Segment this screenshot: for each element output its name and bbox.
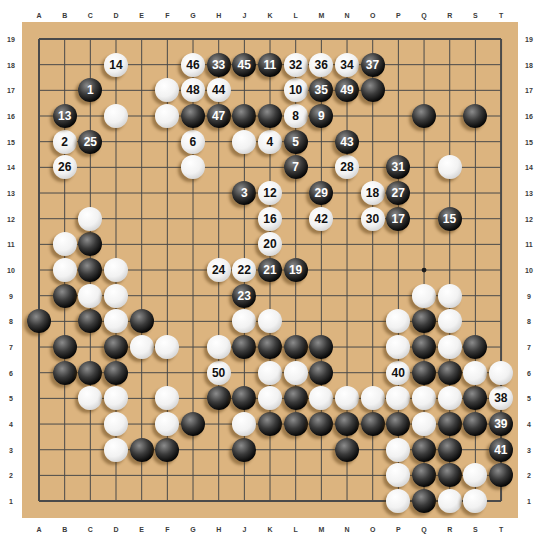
white-stone-B11 <box>53 232 77 256</box>
white-stone-B10 <box>53 258 77 282</box>
row-label-right-19: 19 <box>525 36 533 43</box>
black-stone-P14-move-31: 31 <box>386 155 410 179</box>
move-number-15: 15 <box>443 213 456 225</box>
black-stone-D7 <box>104 335 128 359</box>
black-stone-M4 <box>309 412 333 436</box>
move-number-35: 35 <box>315 84 328 96</box>
white-stone-C9 <box>78 284 102 308</box>
col-label-bottom-A: A <box>36 526 41 533</box>
black-stone-H5 <box>207 386 231 410</box>
white-stone-G14 <box>181 155 205 179</box>
black-stone-M17-move-35: 35 <box>309 78 333 102</box>
black-stone-S4 <box>463 412 487 436</box>
col-label-top-N: N <box>345 12 350 19</box>
col-label-bottom-E: E <box>139 526 144 533</box>
col-label-bottom-P: P <box>396 526 401 533</box>
col-label-top-G: G <box>190 12 195 19</box>
black-stone-M16-move-9: 9 <box>309 104 333 128</box>
black-stone-Q8 <box>412 309 436 333</box>
col-label-top-M: M <box>318 12 324 19</box>
black-stone-L15-move-5: 5 <box>284 130 308 154</box>
col-label-bottom-T: T <box>499 526 503 533</box>
black-stone-E3 <box>130 438 154 462</box>
white-stone-G17-move-48: 48 <box>181 78 205 102</box>
row-label-left-16: 16 <box>7 113 15 120</box>
black-stone-S16 <box>463 104 487 128</box>
col-label-top-P: P <box>396 12 401 19</box>
black-stone-M7 <box>309 335 333 359</box>
white-stone-R5 <box>438 386 462 410</box>
row-label-left-17: 17 <box>7 87 15 94</box>
black-stone-B16-move-13: 13 <box>53 104 77 128</box>
move-number-37: 37 <box>366 59 379 71</box>
white-stone-C12 <box>78 207 102 231</box>
black-stone-K4 <box>258 412 282 436</box>
row-label-left-5: 5 <box>9 395 13 402</box>
move-number-23: 23 <box>238 290 251 302</box>
move-number-45: 45 <box>238 59 251 71</box>
black-stone-O4 <box>361 412 385 436</box>
black-stone-K7 <box>258 335 282 359</box>
black-stone-R6 <box>438 361 462 385</box>
move-number-12: 12 <box>263 187 276 199</box>
col-label-top-D: D <box>113 12 118 19</box>
col-label-bottom-L: L <box>294 526 298 533</box>
col-label-bottom-R: R <box>447 526 452 533</box>
move-number-41: 41 <box>494 444 507 456</box>
white-stone-P3 <box>386 438 410 462</box>
white-stone-F7 <box>155 335 179 359</box>
col-label-top-R: R <box>447 12 452 19</box>
move-number-1: 1 <box>87 84 94 96</box>
white-stone-P6-move-40: 40 <box>386 361 410 385</box>
black-stone-P4 <box>386 412 410 436</box>
move-number-19: 19 <box>289 264 302 276</box>
row-label-left-11: 11 <box>7 241 14 248</box>
black-stone-S7 <box>463 335 487 359</box>
row-label-right-14: 14 <box>525 164 533 171</box>
col-label-top-F: F <box>165 12 169 19</box>
row-label-right-12: 12 <box>525 215 533 222</box>
white-stone-R14 <box>438 155 462 179</box>
col-label-bottom-D: D <box>113 526 118 533</box>
black-stone-K16 <box>258 104 282 128</box>
black-stone-Q16 <box>412 104 436 128</box>
white-stone-D4 <box>104 412 128 436</box>
white-stone-D5 <box>104 386 128 410</box>
black-stone-Q6 <box>412 361 436 385</box>
black-stone-F3 <box>155 438 179 462</box>
row-label-left-13: 13 <box>7 190 15 197</box>
white-stone-F16 <box>155 104 179 128</box>
col-label-bottom-M: M <box>318 526 324 533</box>
black-stone-K18-move-11: 11 <box>258 53 282 77</box>
move-number-36: 36 <box>315 59 328 71</box>
white-stone-K6 <box>258 361 282 385</box>
white-stone-J4 <box>232 412 256 436</box>
move-number-29: 29 <box>315 187 328 199</box>
white-stone-S2 <box>463 463 487 487</box>
white-stone-O12-move-30: 30 <box>361 207 385 231</box>
white-stone-K12-move-16: 16 <box>258 207 282 231</box>
white-stone-Q4 <box>412 412 436 436</box>
white-stone-D3 <box>104 438 128 462</box>
col-label-bottom-K: K <box>267 526 272 533</box>
move-number-6: 6 <box>190 136 197 148</box>
white-stone-S6 <box>463 361 487 385</box>
move-number-21: 21 <box>263 264 276 276</box>
move-number-2: 2 <box>61 136 68 148</box>
black-stone-T2 <box>489 463 513 487</box>
white-stone-K11-move-20: 20 <box>258 232 282 256</box>
white-stone-C5 <box>78 386 102 410</box>
black-stone-J7 <box>232 335 256 359</box>
black-stone-Q7 <box>412 335 436 359</box>
row-label-left-8: 8 <box>9 318 13 325</box>
black-stone-B6 <box>53 361 77 385</box>
white-stone-K5 <box>258 386 282 410</box>
white-stone-L16-move-8: 8 <box>284 104 308 128</box>
go-diagram: AABBCCDDEEFFGGHHJJKKLLMMNNOOPPQQRRSSTT19… <box>0 0 540 540</box>
row-label-right-6: 6 <box>527 369 531 376</box>
white-stone-H6-move-50: 50 <box>207 361 231 385</box>
white-stone-K8 <box>258 309 282 333</box>
white-stone-H17-move-44: 44 <box>207 78 231 102</box>
white-stone-R1 <box>438 489 462 513</box>
black-stone-N17-move-49: 49 <box>335 78 359 102</box>
row-label-right-7: 7 <box>527 344 531 351</box>
move-number-5: 5 <box>292 136 299 148</box>
row-label-right-13: 13 <box>525 190 533 197</box>
white-stone-F17 <box>155 78 179 102</box>
row-label-right-17: 17 <box>525 87 533 94</box>
white-stone-M18-move-36: 36 <box>309 53 333 77</box>
white-stone-M12-move-42: 42 <box>309 207 333 231</box>
white-stone-O5 <box>361 386 385 410</box>
move-number-27: 27 <box>392 187 405 199</box>
move-number-47: 47 <box>212 110 225 122</box>
black-stone-J16 <box>232 104 256 128</box>
black-stone-J5 <box>232 386 256 410</box>
row-label-left-19: 19 <box>7 36 15 43</box>
black-stone-P13-move-27: 27 <box>386 181 410 205</box>
white-stone-F4 <box>155 412 179 436</box>
move-number-10: 10 <box>289 84 302 96</box>
row-label-right-10: 10 <box>525 267 533 274</box>
white-stone-L17-move-10: 10 <box>284 78 308 102</box>
black-stone-R2 <box>438 463 462 487</box>
black-stone-C17-move-1: 1 <box>78 78 102 102</box>
white-stone-P2 <box>386 463 410 487</box>
black-stone-R12-move-15: 15 <box>438 207 462 231</box>
row-label-right-9: 9 <box>527 292 531 299</box>
white-stone-B14-move-26: 26 <box>53 155 77 179</box>
row-label-left-7: 7 <box>9 344 13 351</box>
move-number-32: 32 <box>289 59 302 71</box>
black-stone-J3 <box>232 438 256 462</box>
col-label-top-H: H <box>216 12 221 19</box>
col-label-bottom-B: B <box>62 526 67 533</box>
col-label-top-L: L <box>294 12 298 19</box>
row-label-left-10: 10 <box>7 267 15 274</box>
row-label-right-18: 18 <box>525 61 533 68</box>
black-stone-N4 <box>335 412 359 436</box>
black-stone-O18-move-37: 37 <box>361 53 385 77</box>
row-label-right-2: 2 <box>527 472 531 479</box>
black-stone-G4 <box>181 412 205 436</box>
row-label-left-9: 9 <box>9 292 13 299</box>
white-stone-P5 <box>386 386 410 410</box>
move-number-24: 24 <box>212 264 225 276</box>
white-stone-N14-move-28: 28 <box>335 155 359 179</box>
move-number-38: 38 <box>494 392 507 404</box>
row-label-right-1: 1 <box>527 498 531 505</box>
black-stone-S5 <box>463 386 487 410</box>
black-stone-C15-move-25: 25 <box>78 130 102 154</box>
white-stone-G15-move-6: 6 <box>181 130 205 154</box>
move-number-25: 25 <box>84 136 97 148</box>
row-label-right-4: 4 <box>527 421 531 428</box>
move-number-46: 46 <box>186 59 199 71</box>
col-label-bottom-H: H <box>216 526 221 533</box>
row-label-left-18: 18 <box>7 61 15 68</box>
black-stone-Q3 <box>412 438 436 462</box>
move-number-43: 43 <box>340 136 353 148</box>
white-stone-R8 <box>438 309 462 333</box>
col-label-bottom-J: J <box>242 526 246 533</box>
move-number-44: 44 <box>212 84 225 96</box>
col-label-top-O: O <box>370 12 375 19</box>
white-stone-P7 <box>386 335 410 359</box>
white-stone-D16 <box>104 104 128 128</box>
col-label-bottom-G: G <box>190 526 195 533</box>
col-label-top-K: K <box>267 12 272 19</box>
row-label-right-3: 3 <box>527 446 531 453</box>
black-stone-A8 <box>27 309 51 333</box>
black-stone-T3-move-41: 41 <box>489 438 513 462</box>
move-number-22: 22 <box>238 264 251 276</box>
col-label-top-S: S <box>473 12 478 19</box>
black-stone-N3 <box>335 438 359 462</box>
row-label-left-6: 6 <box>9 369 13 376</box>
move-number-33: 33 <box>212 59 225 71</box>
black-stone-K10-move-21: 21 <box>258 258 282 282</box>
black-stone-L7 <box>284 335 308 359</box>
white-stone-D18-move-14: 14 <box>104 53 128 77</box>
white-stone-G18-move-46: 46 <box>181 53 205 77</box>
black-stone-B9 <box>53 284 77 308</box>
col-label-top-C: C <box>88 12 93 19</box>
white-stone-J15 <box>232 130 256 154</box>
black-stone-B7 <box>53 335 77 359</box>
move-number-30: 30 <box>366 213 379 225</box>
black-stone-P12-move-17: 17 <box>386 207 410 231</box>
white-stone-S1 <box>463 489 487 513</box>
col-label-top-Q: Q <box>421 12 426 19</box>
white-stone-E7 <box>130 335 154 359</box>
white-stone-R7 <box>438 335 462 359</box>
move-number-48: 48 <box>186 84 199 96</box>
move-number-28: 28 <box>340 161 353 173</box>
col-label-bottom-C: C <box>88 526 93 533</box>
white-stone-R9 <box>438 284 462 308</box>
white-stone-M5 <box>309 386 333 410</box>
row-label-right-5: 5 <box>527 395 531 402</box>
black-stone-C10 <box>78 258 102 282</box>
white-stone-B15-move-2: 2 <box>53 130 77 154</box>
black-stone-E8 <box>130 309 154 333</box>
white-stone-P1 <box>386 489 410 513</box>
col-label-top-E: E <box>139 12 144 19</box>
black-stone-J13-move-3: 3 <box>232 181 256 205</box>
white-stone-T5-move-38: 38 <box>489 386 513 410</box>
black-stone-R4 <box>438 412 462 436</box>
move-number-17: 17 <box>392 213 405 225</box>
move-number-3: 3 <box>241 187 248 199</box>
row-label-left-12: 12 <box>7 215 15 222</box>
white-stone-H7 <box>207 335 231 359</box>
move-number-9: 9 <box>318 110 325 122</box>
move-number-34: 34 <box>340 59 353 71</box>
black-stone-H16-move-47: 47 <box>207 104 231 128</box>
white-stone-Q5 <box>412 386 436 410</box>
black-stone-C8 <box>78 309 102 333</box>
col-label-top-B: B <box>62 12 67 19</box>
col-label-bottom-S: S <box>473 526 478 533</box>
row-label-left-3: 3 <box>9 446 13 453</box>
board-grid[interactable]: 1234567891011121314151617181920212223242… <box>26 26 513 513</box>
row-label-left-15: 15 <box>7 138 15 145</box>
black-stone-L5 <box>284 386 308 410</box>
black-stone-M6 <box>309 361 333 385</box>
black-stone-C6 <box>78 361 102 385</box>
black-stone-R3 <box>438 438 462 462</box>
row-label-left-1: 1 <box>9 498 13 505</box>
row-label-left-4: 4 <box>9 421 13 428</box>
col-label-bottom-F: F <box>165 526 169 533</box>
white-stone-K15-move-4: 4 <box>258 130 282 154</box>
move-number-39: 39 <box>494 418 507 430</box>
black-stone-L4 <box>284 412 308 436</box>
white-stone-D9 <box>104 284 128 308</box>
col-label-bottom-O: O <box>370 526 375 533</box>
col-label-top-J: J <box>242 12 246 19</box>
white-stone-F5 <box>155 386 179 410</box>
move-number-20: 20 <box>263 238 276 250</box>
row-label-right-11: 11 <box>525 241 532 248</box>
move-number-26: 26 <box>58 161 71 173</box>
row-label-right-16: 16 <box>525 113 533 120</box>
move-number-49: 49 <box>340 84 353 96</box>
white-stone-N18-move-34: 34 <box>335 53 359 77</box>
white-stone-P8 <box>386 309 410 333</box>
row-label-left-2: 2 <box>9 472 13 479</box>
move-number-7: 7 <box>292 161 299 173</box>
black-stone-H18-move-33: 33 <box>207 53 231 77</box>
row-label-left-14: 14 <box>7 164 15 171</box>
white-stone-L18-move-32: 32 <box>284 53 308 77</box>
move-number-11: 11 <box>264 59 277 71</box>
black-stone-M13-move-29: 29 <box>309 181 333 205</box>
move-number-40: 40 <box>392 367 405 379</box>
move-number-18: 18 <box>366 187 379 199</box>
black-stone-N15-move-43: 43 <box>335 130 359 154</box>
black-stone-G16 <box>181 104 205 128</box>
move-number-4: 4 <box>267 136 274 148</box>
move-number-31: 31 <box>392 161 405 173</box>
col-label-top-A: A <box>36 12 41 19</box>
move-number-16: 16 <box>263 213 276 225</box>
white-stone-J10-move-22: 22 <box>232 258 256 282</box>
white-stone-T6 <box>489 361 513 385</box>
white-stone-D10 <box>104 258 128 282</box>
black-stone-Q1 <box>412 489 436 513</box>
black-stone-D6 <box>104 361 128 385</box>
black-stone-T4-move-39: 39 <box>489 412 513 436</box>
white-stone-Q9 <box>412 284 436 308</box>
col-label-top-T: T <box>499 12 503 19</box>
black-stone-O17 <box>361 78 385 102</box>
white-stone-H10-move-24: 24 <box>207 258 231 282</box>
row-label-right-15: 15 <box>525 138 533 145</box>
white-stone-O13-move-18: 18 <box>361 181 385 205</box>
col-label-bottom-N: N <box>345 526 350 533</box>
white-stone-L6 <box>284 361 308 385</box>
col-label-bottom-Q: Q <box>421 526 426 533</box>
white-stone-K13-move-12: 12 <box>258 181 282 205</box>
black-stone-J9-move-23: 23 <box>232 284 256 308</box>
white-stone-D8 <box>104 309 128 333</box>
black-stone-Q2 <box>412 463 436 487</box>
move-number-14: 14 <box>109 59 122 71</box>
row-label-right-8: 8 <box>527 318 531 325</box>
white-stone-J8 <box>232 309 256 333</box>
white-stone-N5 <box>335 386 359 410</box>
move-number-50: 50 <box>212 367 225 379</box>
black-stone-L10-move-19: 19 <box>284 258 308 282</box>
black-stone-J18-move-45: 45 <box>232 53 256 77</box>
black-stone-C11 <box>78 232 102 256</box>
move-number-8: 8 <box>292 110 299 122</box>
move-number-13: 13 <box>58 110 71 122</box>
black-stone-L14-move-7: 7 <box>284 155 308 179</box>
move-number-42: 42 <box>315 213 328 225</box>
